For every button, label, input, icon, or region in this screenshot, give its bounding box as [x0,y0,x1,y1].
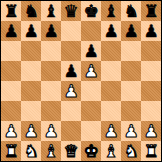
square-g3[interactable] [121,101,141,121]
square-a2[interactable]: ♟ [1,121,21,141]
square-b1[interactable]: ♞ [21,141,41,161]
black-pawn-icon: ♟ [63,61,78,81]
black-pawn-icon: ♟ [43,21,58,41]
black-bishop-icon: ♝ [103,1,118,21]
square-g2[interactable]: ♟ [121,121,141,141]
square-c7[interactable]: ♟ [41,21,61,41]
black-rook-icon: ♜ [143,1,158,21]
black-knight-icon: ♞ [23,1,38,21]
white-queen-icon: ♛ [63,141,78,161]
square-g8[interactable]: ♞ [121,1,141,21]
square-e4[interactable] [81,81,101,101]
white-pawn-icon: ♟ [103,121,118,141]
white-rook-icon: ♜ [143,141,158,161]
white-bishop-icon: ♝ [103,141,118,161]
white-pawn-icon: ♟ [3,121,18,141]
square-f4[interactable] [101,81,121,101]
square-c2[interactable]: ♟ [41,121,61,141]
square-e3[interactable] [81,101,101,121]
square-g4[interactable] [121,81,141,101]
chess-board: ♜♞♝♛♚♝♞♜♟♟♟♟♟♟♟♟♟♟♟♟♟♟♟♟♜♞♝♛♚♝♞♜ [1,1,161,161]
square-f8[interactable]: ♝ [101,1,121,21]
square-f2[interactable]: ♟ [101,121,121,141]
square-b8[interactable]: ♞ [21,1,41,21]
square-d2[interactable] [61,121,81,141]
square-f6[interactable] [101,41,121,61]
square-d7[interactable] [61,21,81,41]
square-g6[interactable] [121,41,141,61]
white-pawn-icon: ♟ [143,121,158,141]
square-b7[interactable]: ♟ [21,21,41,41]
square-a5[interactable] [1,61,21,81]
square-a1[interactable]: ♜ [1,141,21,161]
white-king-icon: ♚ [83,141,98,161]
white-pawn-icon: ♟ [23,121,38,141]
square-h2[interactable]: ♟ [141,121,161,141]
square-d5[interactable]: ♟ [61,61,81,81]
square-b4[interactable] [21,81,41,101]
square-c5[interactable] [41,61,61,81]
black-pawn-icon: ♟ [123,21,138,41]
square-h8[interactable]: ♜ [141,1,161,21]
square-e7[interactable] [81,21,101,41]
square-b5[interactable] [21,61,41,81]
square-d4[interactable]: ♟ [61,81,81,101]
square-h3[interactable] [141,101,161,121]
square-b3[interactable] [21,101,41,121]
square-d3[interactable] [61,101,81,121]
square-f1[interactable]: ♝ [101,141,121,161]
chess-board-frame: ♜♞♝♛♚♝♞♜♟♟♟♟♟♟♟♟♟♟♟♟♟♟♟♟♜♞♝♛♚♝♞♜ [0,0,162,162]
white-pawn-icon: ♟ [123,121,138,141]
black-pawn-icon: ♟ [3,21,18,41]
white-pawn-icon: ♟ [83,61,98,81]
black-pawn-icon: ♟ [103,21,118,41]
square-b2[interactable]: ♟ [21,121,41,141]
square-h5[interactable] [141,61,161,81]
square-b6[interactable] [21,41,41,61]
square-f3[interactable] [101,101,121,121]
black-rook-icon: ♜ [3,1,18,21]
square-c6[interactable] [41,41,61,61]
black-king-icon: ♚ [83,1,98,21]
square-d1[interactable]: ♛ [61,141,81,161]
white-knight-icon: ♞ [23,141,38,161]
square-a8[interactable]: ♜ [1,1,21,21]
square-f7[interactable]: ♟ [101,21,121,41]
square-g7[interactable]: ♟ [121,21,141,41]
square-c3[interactable] [41,101,61,121]
square-a4[interactable] [1,81,21,101]
square-e1[interactable]: ♚ [81,141,101,161]
square-h4[interactable] [141,81,161,101]
square-c1[interactable]: ♝ [41,141,61,161]
square-e6[interactable]: ♟ [81,41,101,61]
white-knight-icon: ♞ [123,141,138,161]
white-pawn-icon: ♟ [63,81,78,101]
square-g1[interactable]: ♞ [121,141,141,161]
square-c4[interactable] [41,81,61,101]
square-a3[interactable] [1,101,21,121]
black-queen-icon: ♛ [63,1,78,21]
black-bishop-icon: ♝ [43,1,58,21]
square-d6[interactable] [61,41,81,61]
square-e8[interactable]: ♚ [81,1,101,21]
square-e2[interactable] [81,121,101,141]
square-d8[interactable]: ♛ [61,1,81,21]
square-h6[interactable] [141,41,161,61]
square-e5[interactable]: ♟ [81,61,101,81]
black-pawn-icon: ♟ [143,21,158,41]
black-pawn-icon: ♟ [23,21,38,41]
white-rook-icon: ♜ [3,141,18,161]
black-pawn-icon: ♟ [83,41,98,61]
square-a7[interactable]: ♟ [1,21,21,41]
white-pawn-icon: ♟ [43,121,58,141]
square-a6[interactable] [1,41,21,61]
square-c8[interactable]: ♝ [41,1,61,21]
square-h1[interactable]: ♜ [141,141,161,161]
black-knight-icon: ♞ [123,1,138,21]
square-g5[interactable] [121,61,141,81]
square-h7[interactable]: ♟ [141,21,161,41]
square-f5[interactable] [101,61,121,81]
white-bishop-icon: ♝ [43,141,58,161]
